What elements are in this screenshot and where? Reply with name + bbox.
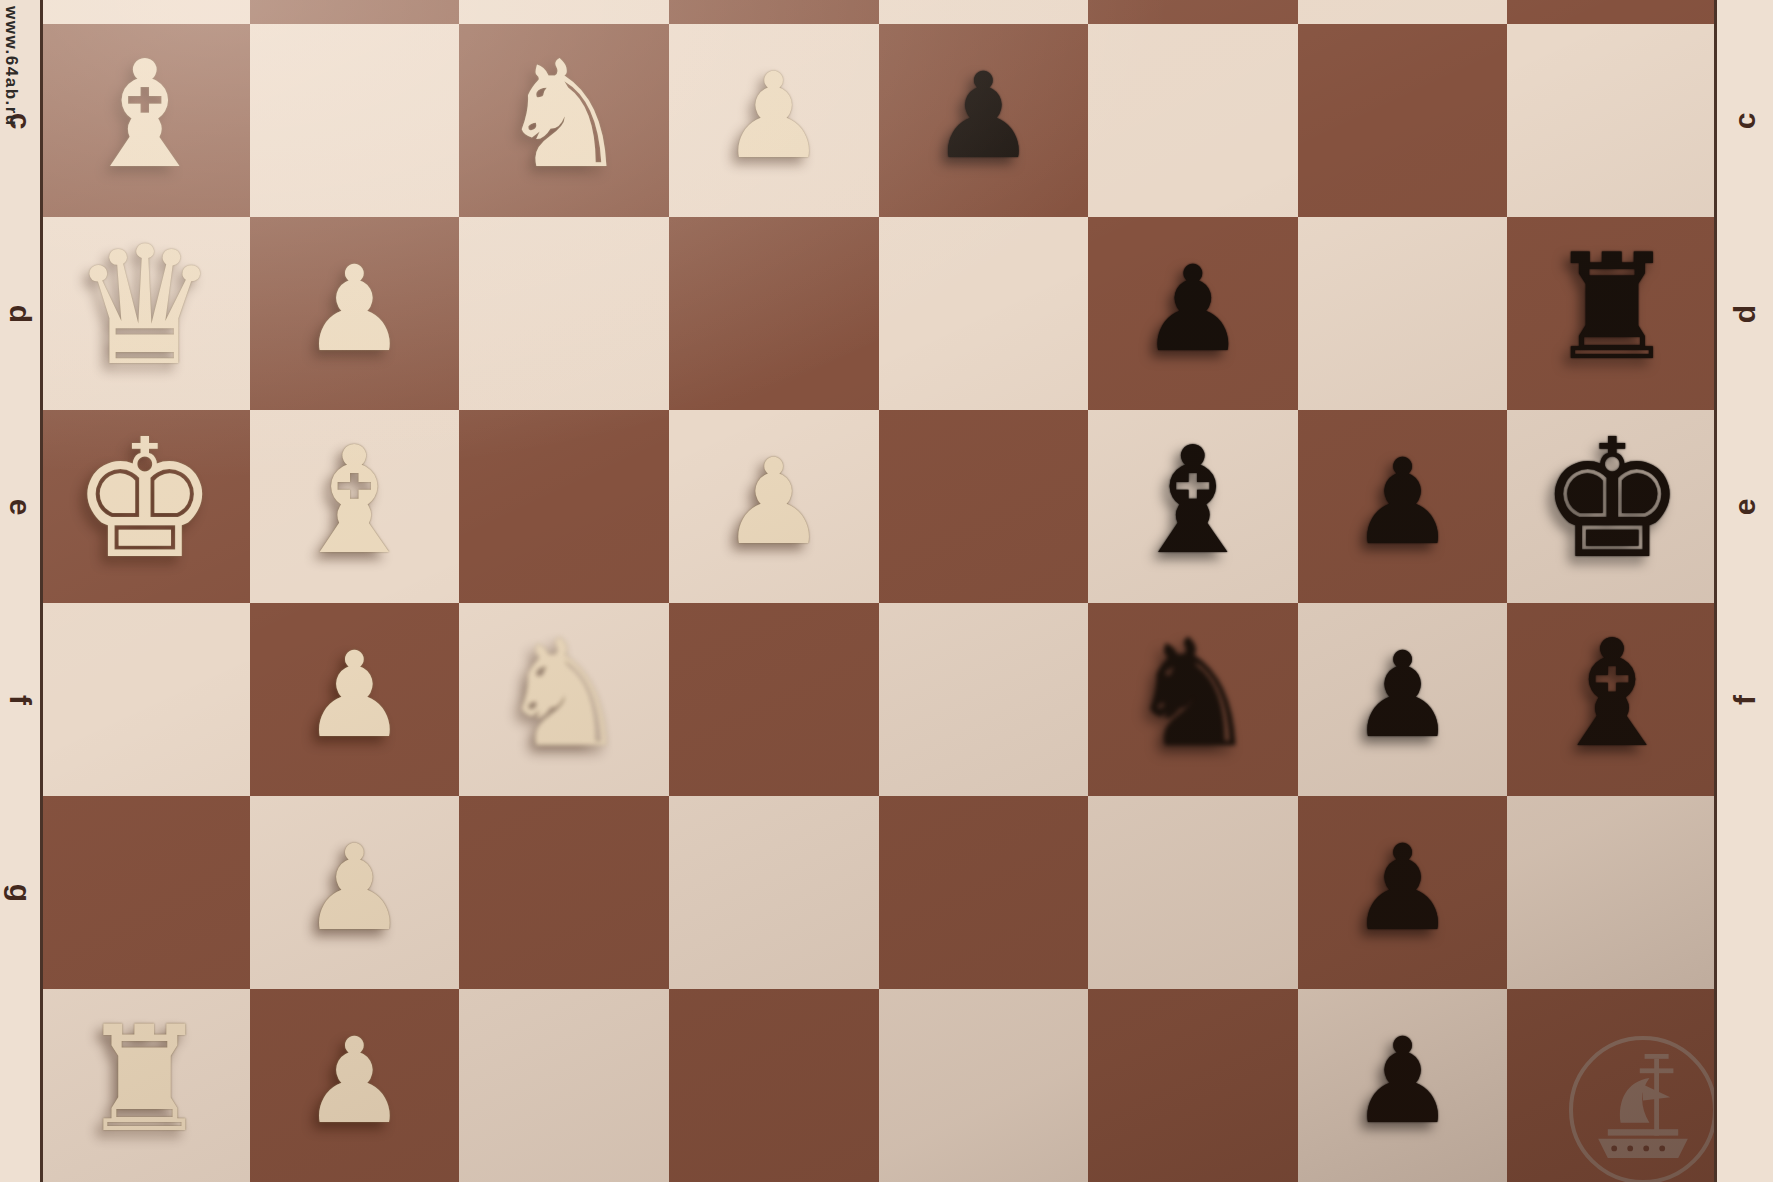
square-e6: ♝ [1088, 410, 1298, 603]
right-coordinate-border: cdef [1714, 0, 1773, 1182]
black-bishop-e6: ♝ [1088, 427, 1298, 575]
white-pawn-g2: ♟ [250, 829, 460, 947]
square-d4 [669, 217, 879, 410]
left-file-label-d: d [5, 294, 35, 334]
square-d5 [879, 217, 1089, 410]
square-h7: ♟ [1298, 989, 1508, 1182]
right-file-label-d: d [1730, 286, 1760, 342]
square-h2: ♟ [250, 989, 460, 1182]
square-g5 [879, 796, 1089, 989]
square-e1: ♚ [40, 410, 250, 603]
white-knight-f3: ♞ [459, 620, 669, 768]
black-rook-d8: ♜ [1507, 235, 1717, 381]
square-e2: ♝ [250, 410, 460, 603]
white-pawn-h2: ♟ [250, 1022, 460, 1140]
square-b2 [250, 0, 460, 24]
right-file-label-f: f [1730, 672, 1760, 728]
square-h1: ♜ [40, 989, 250, 1182]
square-d7 [1298, 217, 1508, 410]
square-d1: ♛ [40, 217, 250, 410]
square-b1 [40, 0, 250, 24]
square-e7: ♟ [1298, 410, 1508, 603]
square-f7: ♟ [1298, 603, 1508, 796]
white-king-e1: ♚ [40, 418, 250, 582]
white-bishop-e2: ♝ [250, 427, 460, 575]
square-c6 [1088, 24, 1298, 217]
board-grid: ♝♞♟♟♛♟♟♜♚♝♟♝♟♚♟♞♞♟♝♟♟♜♟♟ [40, 0, 1717, 1182]
square-e8: ♚ [1507, 410, 1717, 603]
ship-logo-icon [1563, 1030, 1723, 1182]
white-pawn-f2: ♟ [250, 636, 460, 754]
square-b7 [1298, 0, 1508, 24]
square-c4: ♟ [669, 24, 879, 217]
white-rook-h1: ♜ [40, 1007, 250, 1153]
square-h5 [879, 989, 1089, 1182]
black-pawn-h7: ♟ [1298, 1022, 1508, 1140]
white-pawn-c4: ♟ [669, 57, 879, 175]
left-file-label-f: f [5, 680, 35, 720]
square-c5: ♟ [879, 24, 1089, 217]
square-f8: ♝ [1507, 603, 1717, 796]
square-e3 [459, 410, 669, 603]
square-b8 [1507, 0, 1717, 24]
square-h8 [1507, 989, 1717, 1182]
left-file-label-g: g [5, 873, 35, 913]
white-knight-c3: ♞ [459, 41, 669, 189]
chessboard-photo: cdefg cdef www.64ab.ru ♝♞♟♟♛♟♟♜♚♝♟♝♟♚♟♞♞… [0, 0, 1773, 1182]
square-b6 [1088, 0, 1298, 24]
black-pawn-g7: ♟ [1298, 829, 1508, 947]
site-watermark: www.64ab.ru [1, 6, 21, 127]
square-b4 [669, 0, 879, 24]
square-b5 [879, 0, 1089, 24]
square-c3: ♞ [459, 24, 669, 217]
black-pawn-e7: ♟ [1298, 443, 1508, 561]
black-king-e8: ♚ [1507, 418, 1717, 582]
right-file-label-c: c [1730, 93, 1760, 149]
left-coordinate-border: cdefg [0, 0, 43, 1182]
square-d3 [459, 217, 669, 410]
square-h6 [1088, 989, 1298, 1182]
square-f6: ♞ [1088, 603, 1298, 796]
square-c7 [1298, 24, 1508, 217]
left-file-label-e: e [5, 487, 35, 527]
square-b3 [459, 0, 669, 24]
square-h4 [669, 989, 879, 1182]
square-f1 [40, 603, 250, 796]
square-c2 [250, 24, 460, 217]
square-g1 [40, 796, 250, 989]
right-file-label-e: e [1730, 479, 1760, 535]
square-g2: ♟ [250, 796, 460, 989]
square-d2: ♟ [250, 217, 460, 410]
square-c1: ♝ [40, 24, 250, 217]
black-bishop-f8: ♝ [1507, 620, 1717, 768]
square-g3 [459, 796, 669, 989]
square-g4 [669, 796, 879, 989]
white-bishop-c1: ♝ [40, 41, 250, 189]
white-pawn-e4: ♟ [669, 443, 879, 561]
black-pawn-f7: ♟ [1298, 636, 1508, 754]
square-f5 [879, 603, 1089, 796]
square-f4 [669, 603, 879, 796]
square-d8: ♜ [1507, 217, 1717, 410]
square-g8 [1507, 796, 1717, 989]
white-pawn-d2: ♟ [250, 250, 460, 368]
square-f3: ♞ [459, 603, 669, 796]
square-c8 [1507, 24, 1717, 217]
square-d6: ♟ [1088, 217, 1298, 410]
black-pawn-d6: ♟ [1088, 250, 1298, 368]
black-knight-f6: ♞ [1088, 620, 1298, 768]
square-g6 [1088, 796, 1298, 989]
square-e5 [879, 410, 1089, 603]
black-pawn-c5: ♟ [879, 57, 1089, 175]
square-g7: ♟ [1298, 796, 1508, 989]
white-queen-d1: ♛ [40, 225, 250, 389]
square-f2: ♟ [250, 603, 460, 796]
square-h3 [459, 989, 669, 1182]
square-e4: ♟ [669, 410, 879, 603]
